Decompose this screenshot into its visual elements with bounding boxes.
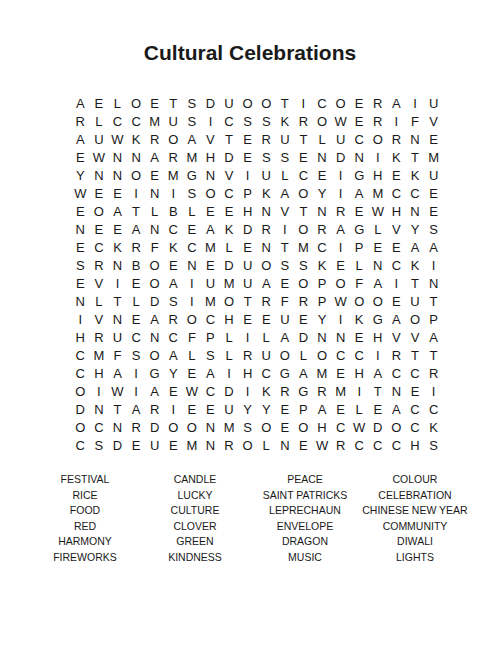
grid-cell: T — [369, 383, 388, 401]
grid-cell: R — [257, 293, 276, 311]
word-list-column-3: PEACESAINT PATRICKSLEPRECHAUNENVELOPEDRA… — [250, 472, 360, 566]
grid-cell: G — [350, 221, 369, 239]
grid-cell: H — [238, 203, 257, 221]
grid-cell: A — [201, 365, 220, 383]
grid-cell: T — [276, 95, 295, 113]
grid-cell: E — [90, 221, 109, 239]
grid-cell: I — [369, 347, 388, 365]
grid-cell: N — [201, 437, 220, 455]
grid-cell: T — [406, 347, 425, 365]
grid-cell: U — [201, 275, 220, 293]
grid-cell: R — [90, 257, 109, 275]
word-item: CLOVER — [140, 519, 250, 535]
grid-cell: N — [201, 419, 220, 437]
grid-cell: I — [331, 239, 350, 257]
grid-cell: V — [201, 131, 220, 149]
grid-cell: I — [220, 365, 239, 383]
grid-cell: F — [350, 275, 369, 293]
grid-cell: E — [350, 329, 369, 347]
grid-cell: N — [406, 203, 425, 221]
word-item: LIGHTS — [360, 550, 470, 566]
grid-cell: W — [350, 419, 369, 437]
grid-cell: T — [294, 203, 313, 221]
grid-cell: V — [220, 167, 239, 185]
word-item: LUCKY — [140, 488, 250, 504]
word-item: SAINT PATRICKS — [250, 488, 360, 504]
grid-cell: W — [90, 149, 109, 167]
grid-cell: O — [350, 293, 369, 311]
grid-cell: A — [164, 275, 183, 293]
grid-cell: N — [313, 203, 332, 221]
grid-cell: O — [313, 347, 332, 365]
grid-cell: U — [220, 401, 239, 419]
word-item: COLOUR — [360, 472, 470, 488]
grid-cell: W — [313, 437, 332, 455]
grid-cell: O — [164, 131, 183, 149]
grid-cell: E — [331, 257, 350, 275]
grid-cell: O — [183, 311, 202, 329]
grid-cell: C — [387, 437, 406, 455]
grid-cell: I — [183, 275, 202, 293]
grid-cell: L — [220, 239, 239, 257]
grid-cell: C — [183, 239, 202, 257]
grid-cell: C — [331, 347, 350, 365]
grid-cell: S — [257, 149, 276, 167]
word-item: CULTURE — [140, 503, 250, 519]
word-item: FOOD — [30, 503, 140, 519]
grid-cell: Y — [313, 311, 332, 329]
word-item: RICE — [30, 488, 140, 504]
grid-cell: M — [220, 275, 239, 293]
grid-cell: N — [331, 329, 350, 347]
grid-cell: Y — [164, 365, 183, 383]
grid-cell: O — [294, 221, 313, 239]
grid-cell: B — [164, 203, 183, 221]
grid-cell: R — [369, 113, 388, 131]
grid-cell: E — [201, 257, 220, 275]
grid-cell: I — [387, 113, 406, 131]
grid-cell: O — [331, 275, 350, 293]
word-list-column-1: FESTIVALRICEFOODREDHARMONYFIREWORKS — [30, 472, 140, 566]
grid-cell: S — [276, 257, 295, 275]
grid-cell: C — [164, 221, 183, 239]
grid-cell: F — [108, 347, 127, 365]
grid-cell: M — [331, 383, 350, 401]
grid-cell: L — [350, 401, 369, 419]
grid-cell: Y — [238, 401, 257, 419]
grid-cell: L — [350, 257, 369, 275]
grid-cell: T — [127, 203, 146, 221]
grid-cell: E — [387, 239, 406, 257]
grid-cell: I — [127, 185, 146, 203]
grid-cell: C — [71, 365, 90, 383]
grid-cell: L — [313, 131, 332, 149]
grid-cell: L — [220, 347, 239, 365]
grid-cell: N — [71, 293, 90, 311]
grid-cell: A — [369, 365, 388, 383]
grid-cell: E — [387, 167, 406, 185]
grid-cell: C — [90, 239, 109, 257]
grid-cell: Y — [71, 167, 90, 185]
grid-cell: W — [369, 203, 388, 221]
grid-cell: E — [71, 239, 90, 257]
grid-cell: A — [313, 401, 332, 419]
grid-cell: D — [369, 419, 388, 437]
word-item: ENVELOPE — [250, 519, 360, 535]
grid-cell: R — [294, 293, 313, 311]
grid-cell: S — [201, 347, 220, 365]
grid-cell: T — [238, 293, 257, 311]
grid-cell: A — [145, 383, 164, 401]
grid-cell: C — [313, 239, 332, 257]
grid-cell: E — [313, 167, 332, 185]
grid-cell: A — [108, 365, 127, 383]
grid-cell: N — [276, 437, 295, 455]
grid-cell: C — [331, 419, 350, 437]
grid-cell: K — [127, 131, 146, 149]
grid-cell: N — [145, 329, 164, 347]
grid-cell: A — [183, 131, 202, 149]
grid-cell: U — [108, 329, 127, 347]
grid-cell: U — [90, 131, 109, 149]
grid-cell: S — [294, 257, 313, 275]
grid-cell: A — [127, 221, 146, 239]
grid-cell: O — [145, 347, 164, 365]
grid-cell: S — [183, 95, 202, 113]
grid-cell: A — [387, 95, 406, 113]
grid-cell: I — [331, 185, 350, 203]
grid-cell: N — [71, 221, 90, 239]
word-list-column-4: COLOURCELEBRATIONCHINESE NEW YEARCOMMUNI… — [360, 472, 470, 566]
grid-cell: R — [90, 329, 109, 347]
grid-cell: O — [257, 257, 276, 275]
grid-cell: E — [183, 221, 202, 239]
grid-cell: E — [294, 149, 313, 167]
grid-cell: E — [183, 401, 202, 419]
grid-cell: V — [90, 275, 109, 293]
grid-cell: A — [294, 365, 313, 383]
grid-cell: H — [238, 365, 257, 383]
grid-cell: F — [145, 239, 164, 257]
word-item: LEPRECHAUN — [250, 503, 360, 519]
grid-cell: O — [294, 275, 313, 293]
grid-cell: K — [406, 257, 425, 275]
grid-cell: M — [183, 437, 202, 455]
grid-cell: E — [238, 311, 257, 329]
grid-cell: R — [294, 113, 313, 131]
grid-cell: O — [71, 383, 90, 401]
grid-cell: L — [183, 347, 202, 365]
grid-cell: R — [387, 131, 406, 149]
grid-cell: N — [183, 257, 202, 275]
grid-cell: C — [164, 329, 183, 347]
grid-cell: E — [164, 437, 183, 455]
grid-cell: A — [424, 239, 443, 257]
grid-cell: C — [127, 329, 146, 347]
grid-cell: E — [350, 113, 369, 131]
grid-cell: S — [238, 419, 257, 437]
grid-cell: I — [164, 401, 183, 419]
grid-cell: R — [313, 221, 332, 239]
grid-cell: H — [350, 365, 369, 383]
grid-cell: I — [369, 149, 388, 167]
grid-cell: A — [201, 221, 220, 239]
grid-cell: P — [313, 275, 332, 293]
grid-cell: O — [387, 419, 406, 437]
grid-cell: A — [276, 329, 295, 347]
grid-cell: U — [257, 167, 276, 185]
grid-cell: G — [369, 311, 388, 329]
grid-cell: P — [313, 293, 332, 311]
grid-cell: T — [164, 95, 183, 113]
grid-cell: I — [71, 311, 90, 329]
grid-cell: V — [90, 311, 109, 329]
grid-cell: O — [313, 113, 332, 131]
grid-cell: I — [387, 275, 406, 293]
grid-cell: Y — [257, 401, 276, 419]
grid-cell: C — [406, 419, 425, 437]
grid-cell: R — [220, 437, 239, 455]
grid-cell: E — [276, 419, 295, 437]
grid-cell: R — [387, 347, 406, 365]
grid-cell: U — [276, 131, 295, 149]
grid-cell: M — [201, 293, 220, 311]
grid-cell: I — [424, 257, 443, 275]
grid-cell: C — [406, 401, 425, 419]
grid-cell: L — [183, 203, 202, 221]
grid-cell: M — [313, 365, 332, 383]
grid-cell: O — [406, 311, 425, 329]
grid-cell: M — [294, 239, 313, 257]
grid-cell: E — [406, 383, 425, 401]
grid-cell: M — [183, 149, 202, 167]
grid-cell: S — [238, 113, 257, 131]
grid-cell: P — [424, 311, 443, 329]
grid-cell: D — [108, 437, 127, 455]
grid-cell: I — [238, 329, 257, 347]
grid-cell: O — [238, 437, 257, 455]
grid-cell: C — [424, 401, 443, 419]
puzzle-title: Cultural Celebrations — [0, 41, 500, 65]
grid-cell: N — [257, 239, 276, 257]
grid-cell: O — [127, 167, 146, 185]
grid-cell: I — [127, 365, 146, 383]
grid-cell: W — [331, 293, 350, 311]
grid-cell: C — [201, 383, 220, 401]
grid-cell: D — [220, 383, 239, 401]
grid-cell: S — [127, 347, 146, 365]
word-item: GREEN — [140, 534, 250, 550]
grid-cell: A — [350, 185, 369, 203]
grid-cell: R — [145, 131, 164, 149]
grid-cell: P — [238, 185, 257, 203]
grid-cell: H — [201, 149, 220, 167]
grid-cell: E — [127, 311, 146, 329]
grid-cell: E — [350, 95, 369, 113]
grid-cell: U — [331, 131, 350, 149]
grid-cell: R — [164, 149, 183, 167]
grid-cell: K — [220, 221, 239, 239]
grid-cell: N — [313, 149, 332, 167]
grid-cell: A — [145, 311, 164, 329]
grid-cell: A — [424, 329, 443, 347]
grid-cell: A — [387, 311, 406, 329]
grid-cell: D — [238, 221, 257, 239]
grid-cell: R — [331, 203, 350, 221]
word-item: RED — [30, 519, 140, 535]
grid-cell: N — [369, 257, 388, 275]
grid-cell: N — [108, 257, 127, 275]
grid-cell: K — [257, 383, 276, 401]
grid-cell: N — [108, 167, 127, 185]
grid-cell: P — [350, 239, 369, 257]
grid-cell: O — [127, 95, 146, 113]
grid-cell: W — [71, 185, 90, 203]
word-item: DIWALI — [360, 534, 470, 550]
grid-cell: L — [369, 221, 388, 239]
grid-cell: I — [350, 383, 369, 401]
grid-cell: V — [406, 329, 425, 347]
grid-cell: A — [406, 239, 425, 257]
grid-cell: H — [387, 203, 406, 221]
grid-cell: E — [331, 365, 350, 383]
grid-cell: K — [387, 149, 406, 167]
grid-cell: C — [71, 437, 90, 455]
grid-cell: B — [127, 257, 146, 275]
grid-cell: C — [350, 131, 369, 149]
grid-cell: Y — [406, 221, 425, 239]
grid-cell: C — [108, 113, 127, 131]
grid-cell: N — [201, 167, 220, 185]
word-search-grid: AELOETSDUOOTICOERAIURLCCMUSICSSKROWERIFV… — [71, 95, 443, 455]
grid-cell: G — [183, 167, 202, 185]
word-item: COMMUNITY — [360, 519, 470, 535]
grid-cell: R — [331, 437, 350, 455]
grid-cell: N — [108, 149, 127, 167]
grid-cell: A — [276, 185, 295, 203]
grid-cell: A — [369, 275, 388, 293]
grid-cell: C — [313, 95, 332, 113]
grid-cell: U — [220, 95, 239, 113]
grid-cell: E — [145, 167, 164, 185]
grid-cell: S — [164, 293, 183, 311]
grid-cell: R — [257, 221, 276, 239]
word-item: CHINESE NEW YEAR — [360, 503, 470, 519]
grid-cell: K — [406, 167, 425, 185]
grid-cell: N — [145, 185, 164, 203]
grid-cell: E — [71, 149, 90, 167]
grid-cell: T — [294, 131, 313, 149]
grid-cell: I — [183, 293, 202, 311]
grid-cell: O — [71, 419, 90, 437]
grid-cell: E — [71, 203, 90, 221]
grid-cell: E — [350, 203, 369, 221]
grid-cell: C — [201, 311, 220, 329]
grid-cell: H — [90, 365, 109, 383]
grid-cell: I — [294, 95, 313, 113]
grid-cell: E — [201, 203, 220, 221]
word-item: HARMONY — [30, 534, 140, 550]
grid-cell: U — [424, 167, 443, 185]
grid-cell: D — [220, 149, 239, 167]
grid-cell: N — [387, 383, 406, 401]
grid-cell: C — [257, 365, 276, 383]
grid-cell: O — [201, 185, 220, 203]
grid-cell: V — [276, 203, 295, 221]
grid-cell: L — [145, 203, 164, 221]
grid-cell: M — [90, 347, 109, 365]
grid-cell: O — [369, 293, 388, 311]
grid-cell: C — [387, 257, 406, 275]
grid-cell: U — [276, 311, 295, 329]
grid-cell: O — [369, 131, 388, 149]
grid-cell: F — [406, 113, 425, 131]
grid-cell: I — [276, 221, 295, 239]
grid-cell: W — [331, 113, 350, 131]
grid-cell: N — [424, 275, 443, 293]
grid-cell: L — [90, 113, 109, 131]
grid-cell: E — [238, 239, 257, 257]
grid-cell: I — [331, 167, 350, 185]
grid-cell: N — [350, 149, 369, 167]
grid-cell: R — [238, 347, 257, 365]
grid-cell: G — [145, 365, 164, 383]
grid-cell: T — [108, 293, 127, 311]
grid-cell: C — [369, 437, 388, 455]
grid-cell: R — [127, 419, 146, 437]
grid-cell: E — [387, 293, 406, 311]
grid-cell: C — [294, 167, 313, 185]
grid-cell: V — [387, 221, 406, 239]
grid-cell: S — [257, 113, 276, 131]
grid-cell: N — [406, 131, 425, 149]
grid-cell: A — [71, 131, 90, 149]
grid-cell: I — [406, 95, 425, 113]
grid-cell: E — [424, 131, 443, 149]
grid-cell: C — [220, 113, 239, 131]
grid-cell: E — [369, 401, 388, 419]
word-item: FIREWORKS — [30, 550, 140, 566]
grid-cell: N — [145, 221, 164, 239]
grid-cell: O — [276, 347, 295, 365]
word-item: DRAGON — [250, 534, 360, 550]
grid-cell: U — [424, 95, 443, 113]
grid-cell: E — [127, 275, 146, 293]
grid-cell: H — [369, 167, 388, 185]
grid-cell: O — [164, 419, 183, 437]
grid-cell: E — [201, 401, 220, 419]
grid-cell: P — [201, 329, 220, 347]
grid-cell: K — [350, 311, 369, 329]
grid-cell: C — [350, 437, 369, 455]
grid-cell: I — [108, 275, 127, 293]
grid-cell: H — [313, 419, 332, 437]
word-item: FESTIVAL — [30, 472, 140, 488]
grid-cell: F — [276, 293, 295, 311]
grid-cell: C — [90, 419, 109, 437]
grid-cell: T — [220, 131, 239, 149]
grid-cell: R — [164, 311, 183, 329]
grid-cell: L — [257, 437, 276, 455]
grid-cell: M — [369, 185, 388, 203]
grid-cell: N — [257, 203, 276, 221]
grid-cell: K — [108, 239, 127, 257]
grid-cell: O — [145, 275, 164, 293]
grid-cell: M — [220, 419, 239, 437]
grid-cell: M — [145, 113, 164, 131]
grid-cell: H — [369, 329, 388, 347]
word-item: CANDLE — [140, 472, 250, 488]
